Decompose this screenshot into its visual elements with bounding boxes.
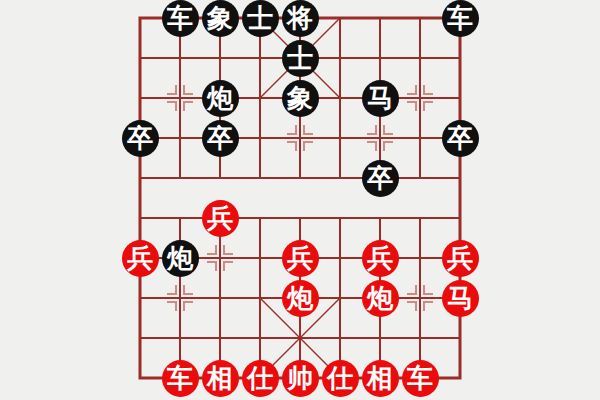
piece-black-soldier[interactable]: 卒 [202, 120, 239, 157]
piece-red-chariot[interactable]: 车 [402, 360, 439, 397]
piece-red-soldier[interactable]: 兵 [122, 240, 159, 277]
piece-red-general[interactable]: 帅 [282, 360, 319, 397]
piece-red-chariot[interactable]: 车 [162, 360, 199, 397]
xiangqi-board: 车象士将车士炮象马卒卒卒卒兵兵炮兵兵兵炮炮马车相仕帅仕相车 [0, 0, 600, 400]
piece-red-soldier[interactable]: 兵 [202, 200, 239, 237]
piece-red-horse[interactable]: 马 [442, 280, 479, 317]
piece-black-cannon[interactable]: 炮 [162, 240, 199, 277]
piece-black-elephant[interactable]: 象 [202, 0, 239, 37]
piece-black-chariot[interactable]: 车 [162, 0, 199, 37]
piece-black-elephant[interactable]: 象 [282, 80, 319, 117]
piece-red-soldier[interactable]: 兵 [282, 240, 319, 277]
piece-red-advisor[interactable]: 仕 [322, 360, 359, 397]
piece-black-advisor[interactable]: 士 [242, 0, 279, 37]
piece-black-soldier[interactable]: 卒 [442, 120, 479, 157]
piece-black-general[interactable]: 将 [282, 0, 319, 37]
piece-grid: 车象士将车士炮象马卒卒卒卒兵兵炮兵兵兵炮炮马车相仕帅仕相车 [120, 0, 480, 398]
piece-red-elephant[interactable]: 相 [362, 360, 399, 397]
piece-red-cannon[interactable]: 炮 [282, 280, 319, 317]
piece-red-advisor[interactable]: 仕 [242, 360, 279, 397]
piece-black-advisor[interactable]: 士 [282, 40, 319, 77]
piece-red-soldier[interactable]: 兵 [362, 240, 399, 277]
piece-black-cannon[interactable]: 炮 [202, 80, 239, 117]
piece-red-elephant[interactable]: 相 [202, 360, 239, 397]
piece-red-cannon[interactable]: 炮 [362, 280, 399, 317]
piece-black-chariot[interactable]: 车 [442, 0, 479, 37]
piece-black-horse[interactable]: 马 [362, 80, 399, 117]
piece-black-soldier[interactable]: 卒 [362, 160, 399, 197]
piece-black-soldier[interactable]: 卒 [122, 120, 159, 157]
piece-red-soldier[interactable]: 兵 [442, 240, 479, 277]
